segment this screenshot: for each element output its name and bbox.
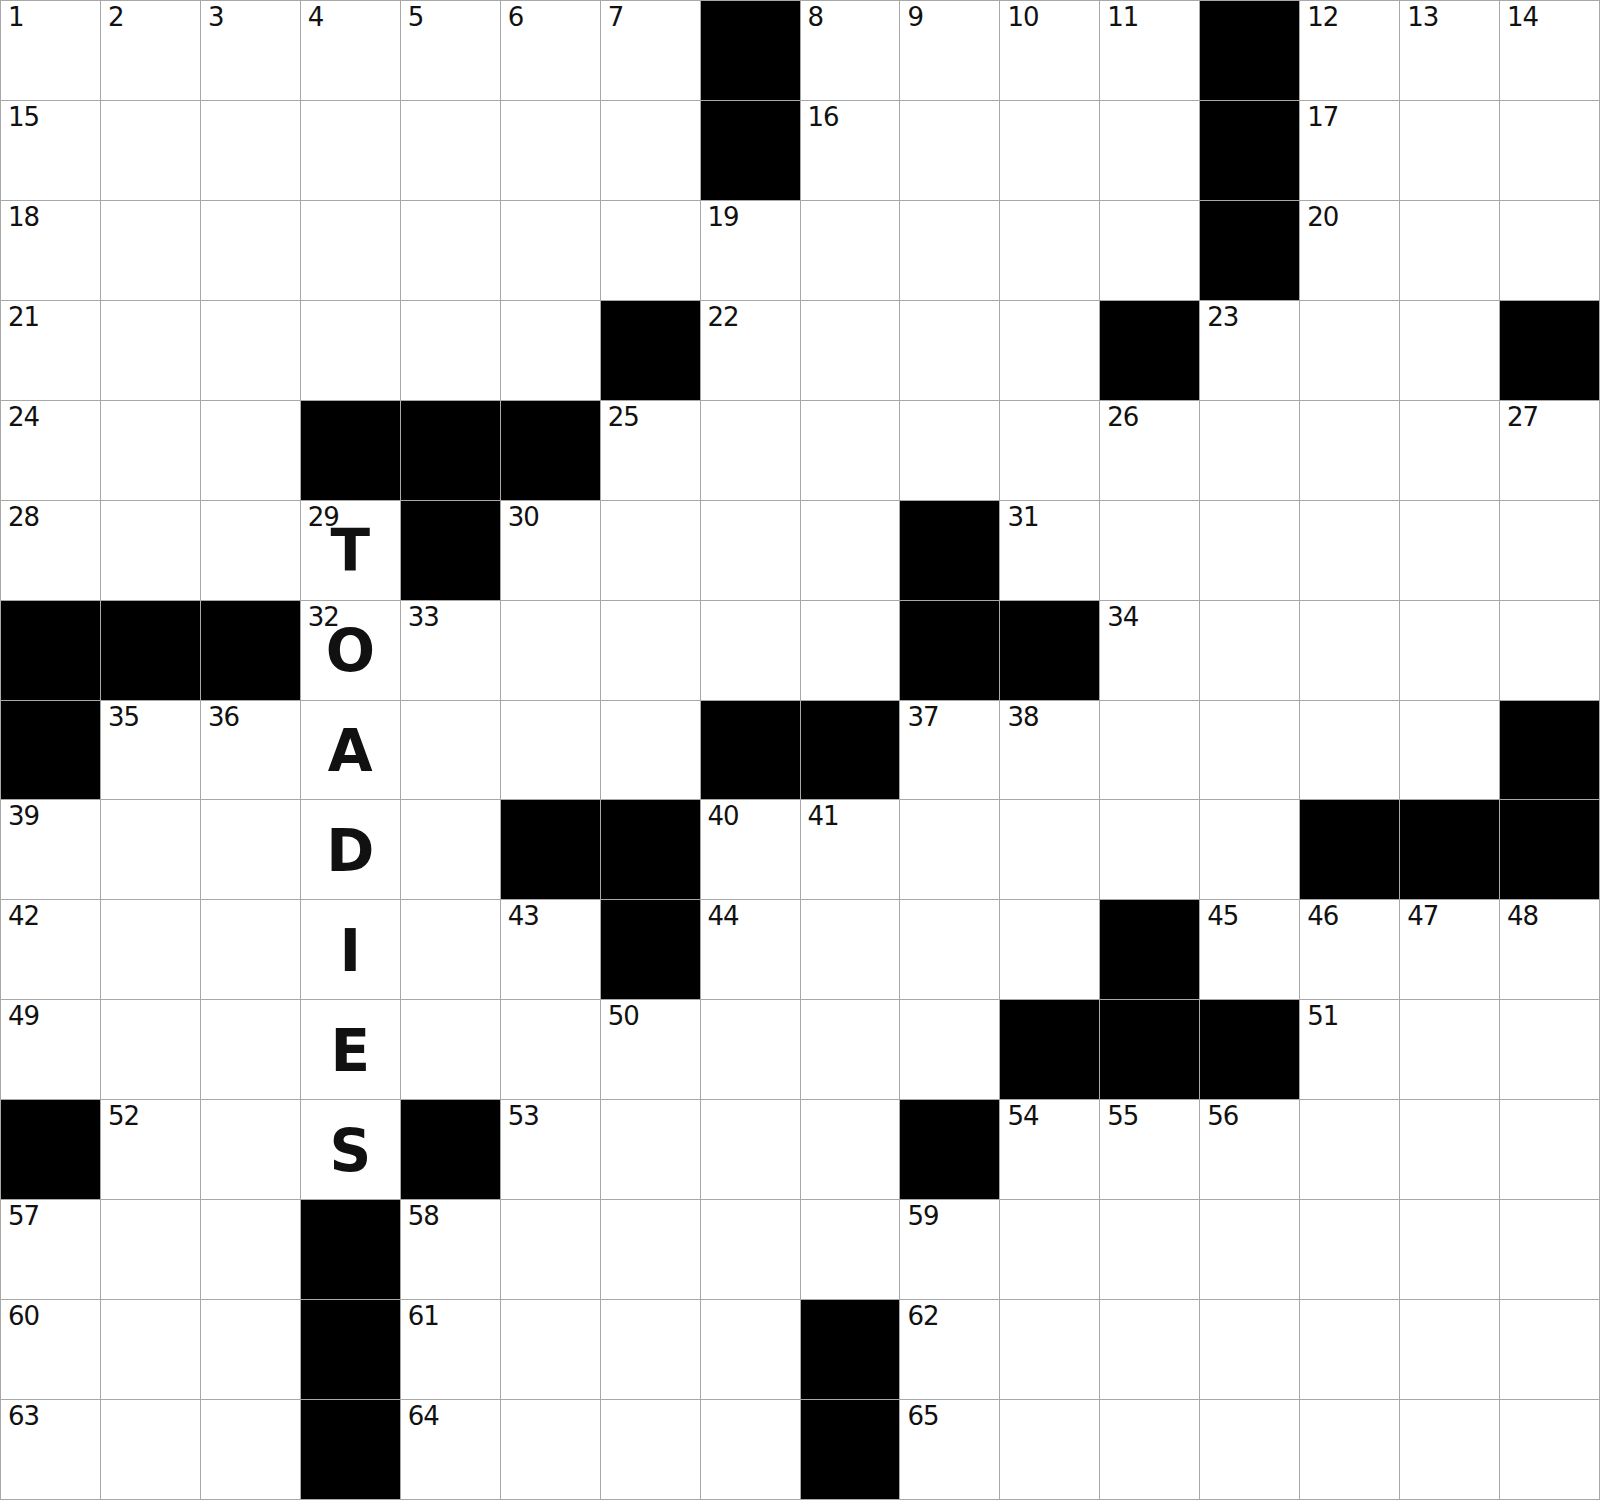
cell-r1-c11[interactable]: 10 <box>1000 1 1099 100</box>
cell-r13-c11[interactable] <box>1000 1200 1099 1299</box>
cell-r4-c6[interactable] <box>501 301 600 400</box>
clue-number-43: 43 <box>508 903 539 930</box>
cell-r10-c16[interactable]: 48 <box>1500 900 1599 999</box>
cell-r14-c2[interactable] <box>101 1300 200 1399</box>
cell-r8-c14[interactable] <box>1300 701 1399 800</box>
cell-r1-c12[interactable]: 11 <box>1100 1 1199 100</box>
cell-r14-c11[interactable] <box>1000 1300 1099 1399</box>
crossword-board: 1234567891011121314151617181920212223242… <box>0 0 1600 1500</box>
cell-r12-c14[interactable] <box>1300 1100 1399 1199</box>
cell-r2-c14[interactable]: 17 <box>1300 101 1399 200</box>
cell-r12-c16[interactable] <box>1500 1100 1599 1199</box>
cell-r12-c12[interactable]: 55 <box>1100 1100 1199 1199</box>
black-cell-r5-c6 <box>501 401 600 500</box>
cell-r3-c7[interactable] <box>601 201 700 300</box>
cell-r8-c3[interactable]: 36 <box>201 701 300 800</box>
cell-r3-c14[interactable]: 20 <box>1300 201 1399 300</box>
cell-r5-c11[interactable] <box>1000 401 1099 500</box>
cell-r3-c6[interactable] <box>501 201 600 300</box>
black-cell-r11-c11 <box>1000 1000 1099 1099</box>
clue-number-12: 12 <box>1307 4 1338 31</box>
cell-r13-c9[interactable] <box>801 1200 900 1299</box>
cell-r13-c10[interactable]: 59 <box>900 1200 999 1299</box>
cell-r13-c6[interactable] <box>501 1200 600 1299</box>
clue-number-42: 42 <box>8 903 39 930</box>
cell-r10-c11[interactable] <box>1000 900 1099 999</box>
entered-letter: D <box>301 800 400 899</box>
clue-number-19: 19 <box>708 204 739 231</box>
cell-r11-c1[interactable]: 49 <box>1 1000 100 1099</box>
cell-r14-c10[interactable]: 62 <box>900 1300 999 1399</box>
cell-r11-c7[interactable]: 50 <box>601 1000 700 1099</box>
clue-number-55: 55 <box>1107 1103 1138 1130</box>
cell-r15-c6[interactable] <box>501 1400 600 1499</box>
cell-r9-c13[interactable] <box>1200 800 1299 899</box>
cell-r14-c16[interactable] <box>1500 1300 1599 1399</box>
cell-r12-c13[interactable]: 56 <box>1200 1100 1299 1199</box>
cell-r13-c2[interactable] <box>101 1200 200 1299</box>
cell-r15-c8[interactable] <box>701 1400 800 1499</box>
cell-r9-c10[interactable] <box>900 800 999 899</box>
cell-r7-c16[interactable] <box>1500 601 1599 700</box>
cell-r9-c4[interactable]: D <box>301 800 400 899</box>
cell-r6-c9[interactable] <box>801 501 900 600</box>
cell-r3-c4[interactable] <box>301 201 400 300</box>
black-cell-r9-c15 <box>1400 800 1499 899</box>
cell-r3-c1[interactable]: 18 <box>1 201 100 300</box>
cell-r8-c11[interactable]: 38 <box>1000 701 1099 800</box>
clue-number-38: 38 <box>1007 704 1038 731</box>
black-cell-r4-c16 <box>1500 301 1599 400</box>
clue-number-2: 2 <box>108 4 124 31</box>
black-cell-r5-c4 <box>301 401 400 500</box>
clue-number-57: 57 <box>8 1203 39 1230</box>
entered-letter: I <box>301 900 400 999</box>
cell-r12-c3[interactable] <box>201 1100 300 1199</box>
cell-r11-c3[interactable] <box>201 1000 300 1099</box>
cell-r6-c11[interactable]: 31 <box>1000 501 1099 600</box>
clue-number-18: 18 <box>8 204 39 231</box>
cell-r11-c6[interactable] <box>501 1000 600 1099</box>
cell-r3-c16[interactable] <box>1500 201 1599 300</box>
cell-r9-c5[interactable] <box>401 800 500 899</box>
clue-number-33: 33 <box>408 604 439 631</box>
cell-r10-c10[interactable] <box>900 900 999 999</box>
entered-letter: A <box>301 701 400 800</box>
cell-r8-c7[interactable] <box>601 701 700 800</box>
clue-number-41: 41 <box>808 803 839 830</box>
cell-r13-c3[interactable] <box>201 1200 300 1299</box>
cell-r7-c6[interactable] <box>501 601 600 700</box>
cell-r9-c11[interactable] <box>1000 800 1099 899</box>
clue-number-46: 46 <box>1307 903 1338 930</box>
clue-number-52: 52 <box>108 1103 139 1130</box>
cell-r11-c15[interactable] <box>1400 1000 1499 1099</box>
cell-r6-c12[interactable] <box>1100 501 1199 600</box>
cell-r4-c2[interactable] <box>101 301 200 400</box>
cell-r13-c1[interactable]: 57 <box>1 1200 100 1299</box>
cell-r8-c10[interactable]: 37 <box>900 701 999 800</box>
cell-r3-c2[interactable] <box>101 201 200 300</box>
black-cell-r14-c4 <box>301 1300 400 1399</box>
black-cell-r12-c5 <box>401 1100 500 1199</box>
cell-r13-c13[interactable] <box>1200 1200 1299 1299</box>
cell-r1-c1[interactable]: 1 <box>1 1 100 100</box>
cell-r3-c12[interactable] <box>1100 201 1199 300</box>
cell-r11-c5[interactable] <box>401 1000 500 1099</box>
cell-r1-c14[interactable]: 12 <box>1300 1 1399 100</box>
black-cell-r1-c8 <box>701 1 800 100</box>
clue-number-63: 63 <box>8 1403 39 1430</box>
cell-r12-c8[interactable] <box>701 1100 800 1199</box>
clue-number-14: 14 <box>1507 4 1538 31</box>
cell-r3-c8[interactable]: 19 <box>701 201 800 300</box>
cell-r1-c10[interactable]: 9 <box>900 1 999 100</box>
cell-r4-c11[interactable] <box>1000 301 1099 400</box>
cell-r3-c3[interactable] <box>201 201 300 300</box>
cell-r13-c14[interactable] <box>1300 1200 1399 1299</box>
cell-r10-c6[interactable]: 43 <box>501 900 600 999</box>
cell-r6-c2[interactable] <box>101 501 200 600</box>
cell-r4-c9[interactable] <box>801 301 900 400</box>
cell-r9-c9[interactable]: 41 <box>801 800 900 899</box>
clue-number-60: 60 <box>8 1303 39 1330</box>
black-cell-r7-c10 <box>900 601 999 700</box>
entered-letter: O <box>301 601 400 700</box>
clue-number-15: 15 <box>8 104 39 131</box>
black-cell-r8-c16 <box>1500 701 1599 800</box>
cell-r15-c1[interactable]: 63 <box>1 1400 100 1499</box>
black-cell-r11-c12 <box>1100 1000 1199 1099</box>
cell-r12-c6[interactable]: 53 <box>501 1100 600 1199</box>
clue-number-51: 51 <box>1307 1003 1338 1030</box>
entered-letter: E <box>301 1000 400 1099</box>
cell-r13-c8[interactable] <box>701 1200 800 1299</box>
black-cell-r11-c13 <box>1200 1000 1299 1099</box>
cell-r9-c8[interactable]: 40 <box>701 800 800 899</box>
clue-number-11: 11 <box>1107 4 1138 31</box>
cell-r15-c7[interactable] <box>601 1400 700 1499</box>
cell-r2-c10[interactable] <box>900 101 999 200</box>
cell-r13-c5[interactable]: 58 <box>401 1200 500 1299</box>
cell-r11-c14[interactable]: 51 <box>1300 1000 1399 1099</box>
black-cell-r7-c11 <box>1000 601 1099 700</box>
cell-r14-c12[interactable] <box>1100 1300 1199 1399</box>
cell-r5-c12[interactable]: 26 <box>1100 401 1199 500</box>
clue-number-5: 5 <box>408 4 424 31</box>
cell-r1-c2[interactable]: 2 <box>101 1 200 100</box>
cell-r3-c15[interactable] <box>1400 201 1499 300</box>
clue-number-54: 54 <box>1007 1103 1038 1130</box>
clue-number-23: 23 <box>1207 304 1238 331</box>
entered-letter: T <box>301 501 400 600</box>
cell-r10-c3[interactable] <box>201 900 300 999</box>
cell-r2-c6[interactable] <box>501 101 600 200</box>
clue-number-64: 64 <box>408 1403 439 1430</box>
cell-r5-c2[interactable] <box>101 401 200 500</box>
cell-r1-c5[interactable]: 5 <box>401 1 500 100</box>
clue-number-21: 21 <box>8 304 39 331</box>
cell-r10-c5[interactable] <box>401 900 500 999</box>
cell-r1-c4[interactable]: 4 <box>301 1 400 100</box>
black-cell-r12-c10 <box>900 1100 999 1199</box>
cell-r12-c2[interactable]: 52 <box>101 1100 200 1199</box>
cell-r5-c3[interactable] <box>201 401 300 500</box>
black-cell-r6-c5 <box>401 501 500 600</box>
clue-number-31: 31 <box>1007 504 1038 531</box>
cell-r12-c11[interactable]: 54 <box>1000 1100 1099 1199</box>
cell-r4-c3[interactable] <box>201 301 300 400</box>
cell-r5-c10[interactable] <box>900 401 999 500</box>
cell-r9-c12[interactable] <box>1100 800 1199 899</box>
cell-r4-c4[interactable] <box>301 301 400 400</box>
clue-number-48: 48 <box>1507 903 1538 930</box>
cell-r10-c15[interactable]: 47 <box>1400 900 1499 999</box>
clue-number-7: 7 <box>608 4 624 31</box>
cell-r5-c14[interactable] <box>1300 401 1399 500</box>
cell-r1-c16[interactable]: 14 <box>1500 1 1599 100</box>
clue-number-24: 24 <box>8 404 39 431</box>
black-cell-r4-c12 <box>1100 301 1199 400</box>
cell-r6-c16[interactable] <box>1500 501 1599 600</box>
black-cell-r7-c1 <box>1 601 100 700</box>
clue-number-50: 50 <box>608 1003 639 1030</box>
clue-number-10: 10 <box>1007 4 1038 31</box>
clue-number-9: 9 <box>907 4 923 31</box>
cell-r2-c2[interactable] <box>101 101 200 200</box>
cell-r1-c6[interactable]: 6 <box>501 1 600 100</box>
clue-number-62: 62 <box>907 1303 938 1330</box>
cell-r13-c7[interactable] <box>601 1200 700 1299</box>
cell-r3-c10[interactable] <box>900 201 999 300</box>
cell-r7-c13[interactable] <box>1200 601 1299 700</box>
cell-r3-c5[interactable] <box>401 201 500 300</box>
black-cell-r6-c10 <box>900 501 999 600</box>
cell-r14-c8[interactable] <box>701 1300 800 1399</box>
cell-r2-c16[interactable] <box>1500 101 1599 200</box>
black-cell-r4-c7 <box>601 301 700 400</box>
cell-r7-c15[interactable] <box>1400 601 1499 700</box>
cell-r2-c7[interactable] <box>601 101 700 200</box>
clue-number-26: 26 <box>1107 404 1138 431</box>
cell-r8-c5[interactable] <box>401 701 500 800</box>
cell-r2-c11[interactable] <box>1000 101 1099 200</box>
cell-r7-c8[interactable] <box>701 601 800 700</box>
cell-r6-c1[interactable]: 28 <box>1 501 100 600</box>
cell-r2-c9[interactable]: 16 <box>801 101 900 200</box>
cell-r8-c4[interactable]: A <box>301 701 400 800</box>
black-cell-r9-c6 <box>501 800 600 899</box>
clue-number-3: 3 <box>208 4 224 31</box>
clue-number-30: 30 <box>508 504 539 531</box>
cell-r9-c2[interactable] <box>101 800 200 899</box>
cell-r2-c5[interactable] <box>401 101 500 200</box>
black-cell-r15-c4 <box>301 1400 400 1499</box>
cell-r2-c3[interactable] <box>201 101 300 200</box>
cell-r11-c4[interactable]: E <box>301 1000 400 1099</box>
cell-r7-c14[interactable] <box>1300 601 1399 700</box>
cell-r1-c15[interactable]: 13 <box>1400 1 1499 100</box>
clue-number-28: 28 <box>8 504 39 531</box>
cell-r6-c14[interactable] <box>1300 501 1399 600</box>
cell-r5-c15[interactable] <box>1400 401 1499 500</box>
black-cell-r14-c9 <box>801 1300 900 1399</box>
cell-r10-c9[interactable] <box>801 900 900 999</box>
cell-r5-c1[interactable]: 24 <box>1 401 100 500</box>
cell-r6-c7[interactable] <box>601 501 700 600</box>
cell-r10-c13[interactable]: 45 <box>1200 900 1299 999</box>
cell-r9-c3[interactable] <box>201 800 300 899</box>
black-cell-r2-c13 <box>1200 101 1299 200</box>
cell-r15-c12[interactable] <box>1100 1400 1199 1499</box>
clue-number-1: 1 <box>8 4 24 31</box>
cell-r4-c14[interactable] <box>1300 301 1399 400</box>
clue-number-16: 16 <box>808 104 839 131</box>
cell-r15-c5[interactable]: 64 <box>401 1400 500 1499</box>
cell-r8-c2[interactable]: 35 <box>101 701 200 800</box>
clue-number-47: 47 <box>1407 903 1438 930</box>
cell-r12-c15[interactable] <box>1400 1100 1499 1199</box>
cell-r8-c12[interactable] <box>1100 701 1199 800</box>
black-cell-r13-c4 <box>301 1200 400 1299</box>
clue-number-4: 4 <box>308 4 324 31</box>
clue-number-59: 59 <box>907 1203 938 1230</box>
cell-r4-c1[interactable]: 21 <box>1 301 100 400</box>
cell-r10-c2[interactable] <box>101 900 200 999</box>
clue-number-35: 35 <box>108 704 139 731</box>
cell-r5-c9[interactable] <box>801 401 900 500</box>
black-cell-r9-c7 <box>601 800 700 899</box>
clue-number-17: 17 <box>1307 104 1338 131</box>
black-cell-r12-c1 <box>1 1100 100 1199</box>
cell-r14-c15[interactable] <box>1400 1300 1499 1399</box>
clue-number-34: 34 <box>1107 604 1138 631</box>
black-cell-r5-c5 <box>401 401 500 500</box>
cell-r5-c13[interactable] <box>1200 401 1299 500</box>
cell-r15-c13[interactable] <box>1200 1400 1299 1499</box>
cell-r15-c14[interactable] <box>1300 1400 1399 1499</box>
black-cell-r10-c7 <box>601 900 700 999</box>
cell-r4-c15[interactable] <box>1400 301 1499 400</box>
cell-r12-c4[interactable]: S <box>301 1100 400 1199</box>
cell-r1-c3[interactable]: 3 <box>201 1 300 100</box>
cell-r6-c4[interactable]: 29T <box>301 501 400 600</box>
cell-r9-c1[interactable]: 39 <box>1 800 100 899</box>
cell-r12-c7[interactable] <box>601 1100 700 1199</box>
cell-r15-c3[interactable] <box>201 1400 300 1499</box>
cell-r14-c14[interactable] <box>1300 1300 1399 1399</box>
cell-r15-c15[interactable] <box>1400 1400 1499 1499</box>
cell-r12-c9[interactable] <box>801 1100 900 1199</box>
cell-r2-c1[interactable]: 15 <box>1 101 100 200</box>
clue-number-8: 8 <box>808 4 824 31</box>
black-cell-r15-c9 <box>801 1400 900 1499</box>
clue-number-53: 53 <box>508 1103 539 1130</box>
cell-r11-c16[interactable] <box>1500 1000 1599 1099</box>
clue-number-39: 39 <box>8 803 39 830</box>
cell-r10-c14[interactable]: 46 <box>1300 900 1399 999</box>
cell-r3-c9[interactable] <box>801 201 900 300</box>
cell-r4-c5[interactable] <box>401 301 500 400</box>
cell-r10-c4[interactable]: I <box>301 900 400 999</box>
black-cell-r10-c12 <box>1100 900 1199 999</box>
cell-r7-c5[interactable]: 33 <box>401 601 500 700</box>
cell-r11-c8[interactable] <box>701 1000 800 1099</box>
cell-r1-c7[interactable]: 7 <box>601 1 700 100</box>
cell-r15-c10[interactable]: 65 <box>900 1400 999 1499</box>
clue-number-20: 20 <box>1307 204 1338 231</box>
clue-number-56: 56 <box>1207 1103 1238 1130</box>
cell-r13-c16[interactable] <box>1500 1200 1599 1299</box>
clue-number-49: 49 <box>8 1003 39 1030</box>
clue-number-58: 58 <box>408 1203 439 1230</box>
cell-r7-c9[interactable] <box>801 601 900 700</box>
cell-r4-c10[interactable] <box>900 301 999 400</box>
clue-number-44: 44 <box>708 903 739 930</box>
cell-r6-c6[interactable]: 30 <box>501 501 600 600</box>
cell-r14-c5[interactable]: 61 <box>401 1300 500 1399</box>
cell-r15-c11[interactable] <box>1000 1400 1099 1499</box>
clue-number-13: 13 <box>1407 4 1438 31</box>
cell-r10-c8[interactable]: 44 <box>701 900 800 999</box>
cell-r8-c13[interactable] <box>1200 701 1299 800</box>
cell-r13-c15[interactable] <box>1400 1200 1499 1299</box>
cell-r14-c3[interactable] <box>201 1300 300 1399</box>
black-cell-r8-c1 <box>1 701 100 800</box>
clue-number-25: 25 <box>608 404 639 431</box>
black-cell-r3-c13 <box>1200 201 1299 300</box>
cell-r15-c16[interactable] <box>1500 1400 1599 1499</box>
clue-number-22: 22 <box>708 304 739 331</box>
cell-r6-c3[interactable] <box>201 501 300 600</box>
cell-r7-c4[interactable]: 32O <box>301 601 400 700</box>
cell-r14-c1[interactable]: 60 <box>1 1300 100 1399</box>
cell-r10-c1[interactable]: 42 <box>1 900 100 999</box>
cell-r13-c12[interactable] <box>1100 1200 1199 1299</box>
cell-r14-c7[interactable] <box>601 1300 700 1399</box>
cell-r6-c13[interactable] <box>1200 501 1299 600</box>
cell-r11-c9[interactable] <box>801 1000 900 1099</box>
cell-r15-c2[interactable] <box>101 1400 200 1499</box>
cell-r8-c6[interactable] <box>501 701 600 800</box>
cell-r5-c16[interactable]: 27 <box>1500 401 1599 500</box>
clue-number-65: 65 <box>907 1403 938 1430</box>
clue-number-61: 61 <box>408 1303 439 1330</box>
cell-r5-c7[interactable]: 25 <box>601 401 700 500</box>
cell-r2-c4[interactable] <box>301 101 400 200</box>
cell-r14-c13[interactable] <box>1200 1300 1299 1399</box>
entered-letter: S <box>301 1100 400 1199</box>
cell-r11-c10[interactable] <box>900 1000 999 1099</box>
cell-r6-c15[interactable] <box>1400 501 1499 600</box>
cell-r1-c9[interactable]: 8 <box>801 1 900 100</box>
cell-r2-c15[interactable] <box>1400 101 1499 200</box>
cell-r11-c2[interactable] <box>101 1000 200 1099</box>
cell-r4-c8[interactable]: 22 <box>701 301 800 400</box>
cell-r2-c12[interactable] <box>1100 101 1199 200</box>
cell-r5-c8[interactable] <box>701 401 800 500</box>
cell-r7-c12[interactable]: 34 <box>1100 601 1199 700</box>
cell-r4-c13[interactable]: 23 <box>1200 301 1299 400</box>
cell-r6-c8[interactable] <box>701 501 800 600</box>
cell-r8-c15[interactable] <box>1400 701 1499 800</box>
cell-r3-c11[interactable] <box>1000 201 1099 300</box>
cell-r14-c6[interactable] <box>501 1300 600 1399</box>
cell-r7-c7[interactable] <box>601 601 700 700</box>
black-cell-r8-c9 <box>801 701 900 800</box>
black-cell-r2-c8 <box>701 101 800 200</box>
black-cell-r9-c16 <box>1500 800 1599 899</box>
